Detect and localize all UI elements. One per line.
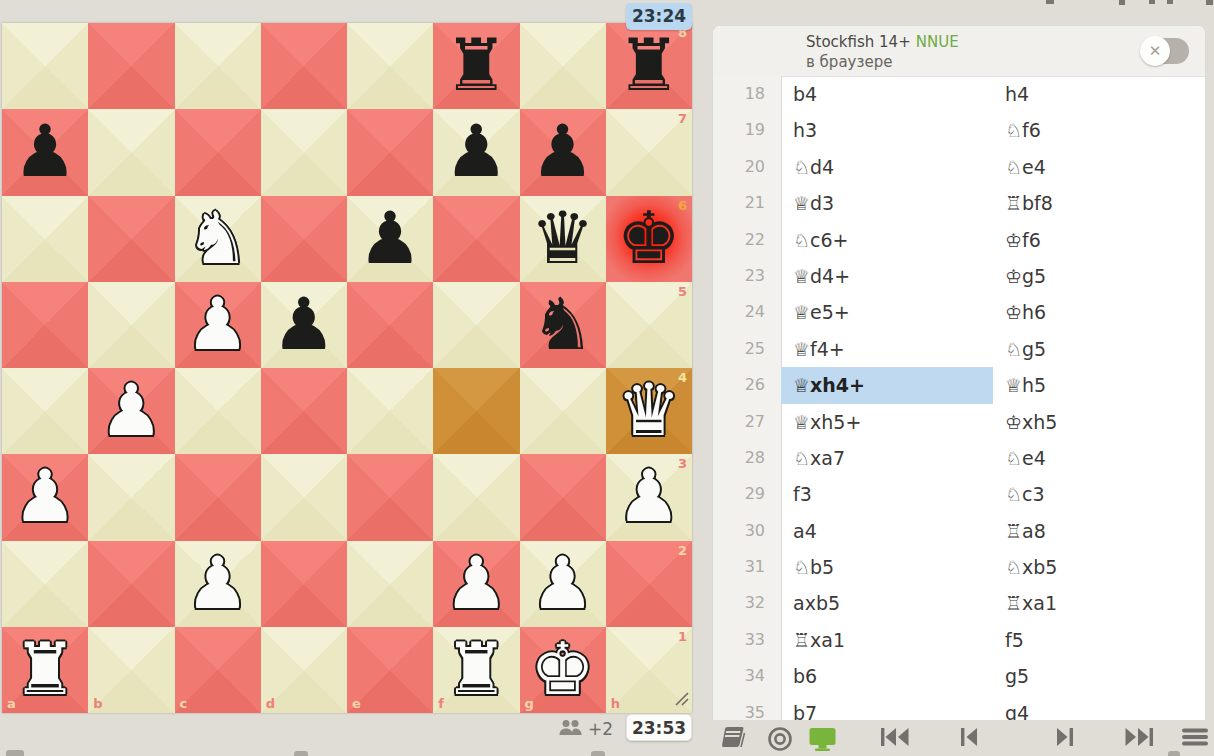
square-g4[interactable]: [520, 368, 606, 454]
move-number: 28: [713, 440, 781, 476]
square-f8[interactable]: ♜: [433, 23, 519, 109]
material-advantage: +2: [558, 719, 613, 739]
move-row-26: 26♕xh4+♕h5: [713, 367, 1205, 403]
black-move-31[interactable]: ♘xb5: [993, 549, 1205, 585]
black-move-29[interactable]: ♘c3: [993, 476, 1205, 512]
move-number: 31: [713, 549, 781, 585]
bullseye-icon[interactable]: [767, 726, 793, 756]
square-a7[interactable]: ♟: [2, 109, 88, 195]
square-d4[interactable]: [261, 368, 347, 454]
material-advantage-value: +2: [588, 719, 613, 739]
black-pawn-e6[interactable]: ♟: [347, 196, 433, 282]
move-number: 33: [713, 622, 781, 658]
black-move-32[interactable]: ♖xa1: [993, 585, 1205, 621]
square-g7[interactable]: ♟: [520, 109, 606, 195]
rank-label-1: 1: [678, 630, 687, 643]
move-row-24: 24♕e5+♔h6: [713, 294, 1205, 330]
square-c4[interactable]: [175, 368, 261, 454]
move-list[interactable]: 18b4h419h3♘f620♘d4♘e421♕d3♖bf822♘c6+♔f62…: [713, 76, 1205, 720]
white-move-30[interactable]: a4: [781, 513, 993, 549]
black-move-28[interactable]: ♘e4: [993, 440, 1205, 476]
players-icon: [558, 719, 583, 740]
square-d3[interactable]: [261, 454, 347, 540]
square-g2[interactable]: ♟: [520, 541, 606, 627]
menu-icon[interactable]: [1180, 726, 1210, 752]
black-move-24[interactable]: ♔h6: [993, 294, 1205, 330]
white-move-29[interactable]: f3: [781, 476, 993, 512]
bottom-toolbar: [712, 720, 1214, 756]
square-f3[interactable]: [433, 454, 519, 540]
black-move-26[interactable]: ♕h5: [993, 367, 1205, 403]
square-c6[interactable]: ♞: [175, 196, 261, 282]
black-queen-g6[interactable]: ♛: [520, 196, 606, 282]
cutoff-bottom-piece: [6, 750, 24, 756]
white-rook-f1[interactable]: ♜: [433, 627, 519, 713]
square-h5[interactable]: 5: [606, 282, 692, 368]
move-number: 29: [713, 476, 781, 512]
white-move-26[interactable]: ♕xh4+: [781, 367, 993, 403]
black-clock: 23:24: [626, 3, 692, 30]
white-move-25[interactable]: ♕f4+: [781, 331, 993, 367]
move-number: 25: [713, 331, 781, 367]
white-pawn-a3[interactable]: ♟: [2, 454, 88, 540]
square-c1[interactable]: c: [175, 627, 261, 713]
move-row-25: 25♕f4+♘g5: [713, 331, 1205, 367]
cutoff-top-icon: [1206, 0, 1213, 5]
rank-label-3: 3: [678, 457, 687, 470]
square-f6[interactable]: [433, 196, 519, 282]
previous-move-icon[interactable]: [960, 726, 982, 752]
square-e2[interactable]: [347, 541, 433, 627]
square-a6[interactable]: [2, 196, 88, 282]
rank-label-4: 4: [678, 371, 687, 384]
black-pawn-d5[interactable]: ♟: [261, 282, 347, 368]
white-pawn-c2[interactable]: ♟: [175, 541, 261, 627]
black-move-21[interactable]: ♖bf8: [993, 185, 1205, 221]
white-move-28[interactable]: ♘xa7: [781, 440, 993, 476]
square-e7[interactable]: [347, 109, 433, 195]
white-move-22[interactable]: ♘c6+: [781, 222, 993, 258]
next-move-icon[interactable]: [1052, 726, 1074, 752]
square-f2[interactable]: ♟: [433, 541, 519, 627]
black-move-30[interactable]: ♖a8: [993, 513, 1205, 549]
move-number: 18: [713, 76, 781, 112]
file-label-a: a: [7, 697, 16, 710]
square-a2[interactable]: [2, 541, 88, 627]
black-move-20[interactable]: ♘e4: [993, 149, 1205, 185]
monitor-icon[interactable]: [808, 726, 837, 756]
white-move-34[interactable]: b6: [781, 658, 993, 694]
chess-board[interactable]: ♜♜8♟♟♟7♞♟♛♚6♟♟♞5♟♛4♟♟3♟♟♟2♜abcde♜f♚g1h: [2, 23, 692, 713]
square-d2[interactable]: [261, 541, 347, 627]
black-move-27[interactable]: ♔xh5: [993, 404, 1205, 440]
rank-label-5: 5: [678, 285, 687, 298]
square-d8[interactable]: [261, 23, 347, 109]
square-f1[interactable]: ♜f: [433, 627, 519, 713]
cutoff-top-icon: [1119, 0, 1125, 5]
black-move-25[interactable]: ♘g5: [993, 331, 1205, 367]
square-g3[interactable]: [520, 454, 606, 540]
file-label-f: f: [438, 697, 444, 710]
move-row-21: 21♕d3♖bf8: [713, 185, 1205, 221]
square-c7[interactable]: [175, 109, 261, 195]
white-move-31[interactable]: ♘b5: [781, 549, 993, 585]
file-label-d: d: [266, 697, 275, 710]
square-h6[interactable]: ♚6: [606, 196, 692, 282]
white-move-24[interactable]: ♕e5+: [781, 294, 993, 330]
rank-label-6: 6: [678, 199, 687, 212]
board-resize-handle[interactable]: [672, 689, 690, 711]
move-number: 32: [713, 585, 781, 621]
white-move-21[interactable]: ♕d3: [781, 185, 993, 221]
white-move-33[interactable]: ♖xa1: [781, 622, 993, 658]
white-clock: 23:53: [626, 714, 692, 741]
square-f4[interactable]: [433, 368, 519, 454]
engine-header: Stockfish 14+NNUE в браузере ✕: [713, 26, 1205, 77]
white-move-32[interactable]: axb5: [781, 585, 993, 621]
square-h4[interactable]: ♛4: [606, 368, 692, 454]
square-b7[interactable]: [88, 109, 174, 195]
black-move-33[interactable]: f5: [993, 622, 1205, 658]
square-e3[interactable]: [347, 454, 433, 540]
move-number: 35: [713, 695, 781, 720]
black-move-23[interactable]: ♔g5: [993, 258, 1205, 294]
black-pawn-f7[interactable]: ♟: [433, 109, 519, 195]
square-c2[interactable]: ♟: [175, 541, 261, 627]
square-e6[interactable]: ♟: [347, 196, 433, 282]
square-b8[interactable]: [88, 23, 174, 109]
square-f7[interactable]: ♟: [433, 109, 519, 195]
square-g5[interactable]: ♞: [520, 282, 606, 368]
engine-toggle[interactable]: ✕: [1143, 38, 1189, 64]
square-d6[interactable]: [261, 196, 347, 282]
cutoff-bottom-piece: [591, 751, 605, 756]
black-move-18[interactable]: h4: [993, 76, 1205, 112]
white-knight-c6[interactable]: ♞: [175, 196, 261, 282]
move-row-28: 28♘xa7♘e4: [713, 440, 1205, 476]
square-d7[interactable]: [261, 109, 347, 195]
move-number: 26: [713, 367, 781, 403]
square-b2[interactable]: [88, 541, 174, 627]
cutoff-top-icon: [1149, 0, 1155, 4]
file-label-e: e: [352, 697, 361, 710]
move-number: 27: [713, 404, 781, 440]
white-move-18[interactable]: b4: [781, 76, 993, 112]
rank-label-7: 7: [678, 112, 687, 125]
square-e8[interactable]: [347, 23, 433, 109]
square-g6[interactable]: ♛: [520, 196, 606, 282]
skip-end-icon[interactable]: [1124, 726, 1154, 752]
move-number: 19: [713, 112, 781, 148]
square-b6[interactable]: [88, 196, 174, 282]
move-row-32: 32axb5♖xa1: [713, 585, 1205, 621]
file-label-h: h: [611, 697, 620, 710]
square-h2[interactable]: 2: [606, 541, 692, 627]
square-h8[interactable]: ♜8: [606, 23, 692, 109]
cutoff-top-icon: [1167, 0, 1173, 4]
square-c8[interactable]: [175, 23, 261, 109]
square-b5[interactable]: [88, 282, 174, 368]
engine-toggle-knob[interactable]: ✕: [1140, 36, 1170, 66]
square-b3[interactable]: [88, 454, 174, 540]
move-number: 24: [713, 294, 781, 330]
square-h7[interactable]: 7: [606, 109, 692, 195]
square-g1[interactable]: ♚g: [520, 627, 606, 713]
file-label-b: b: [93, 697, 102, 710]
move-row-30: 30a4♖a8: [713, 513, 1205, 549]
square-a3[interactable]: ♟: [2, 454, 88, 540]
white-move-19[interactable]: h3: [781, 112, 993, 148]
square-c3[interactable]: [175, 454, 261, 540]
file-label-g: g: [525, 697, 534, 710]
cutoff-top-icon: [1046, 0, 1054, 4]
white-pawn-c5[interactable]: ♟: [175, 282, 261, 368]
white-move-27[interactable]: ♕xh5+: [781, 404, 993, 440]
move-row-35: 35b7g4: [713, 695, 1205, 720]
move-number: 22: [713, 222, 781, 258]
move-number: 23: [713, 258, 781, 294]
white-move-23[interactable]: ♕d4+: [781, 258, 993, 294]
move-row-31: 31♘b5♘xb5: [713, 549, 1205, 585]
move-row-23: 23♕d4+♔g5: [713, 258, 1205, 294]
engine-name: Stockfish 14+NNUE: [806, 33, 959, 51]
white-pawn-g2[interactable]: ♟: [520, 541, 606, 627]
black-pawn-a7[interactable]: ♟: [2, 109, 88, 195]
move-row-19: 19h3♘f6: [713, 112, 1205, 148]
square-h3[interactable]: ♟3: [606, 454, 692, 540]
cutoff-bottom-piece: [294, 751, 308, 756]
move-row-27: 27♕xh5+♔xh5: [713, 404, 1205, 440]
square-d5[interactable]: ♟: [261, 282, 347, 368]
black-move-22[interactable]: ♔f6: [993, 222, 1205, 258]
nnue-badge: NNUE: [916, 33, 959, 51]
white-pawn-f2[interactable]: ♟: [433, 541, 519, 627]
square-b4[interactable]: ♟: [88, 368, 174, 454]
square-a1[interactable]: ♜a: [2, 627, 88, 713]
square-a4[interactable]: [2, 368, 88, 454]
move-row-34: 34b6g5: [713, 658, 1205, 694]
analysis-panel: Stockfish 14+NNUE в браузере ✕ 18b4h419h…: [712, 25, 1206, 720]
square-f5[interactable]: [433, 282, 519, 368]
cutoff-bottom-piece: [1168, 751, 1180, 756]
move-number: 21: [713, 185, 781, 221]
white-pawn-b4[interactable]: ♟: [88, 368, 174, 454]
white-move-20[interactable]: ♘d4: [781, 149, 993, 185]
move-row-33: 33♖xa1f5: [713, 622, 1205, 658]
rank-label-2: 2: [678, 544, 687, 557]
black-knight-g5[interactable]: ♞: [520, 282, 606, 368]
square-c5[interactable]: ♟: [175, 282, 261, 368]
square-a8[interactable]: [2, 23, 88, 109]
square-e5[interactable]: [347, 282, 433, 368]
white-move-35[interactable]: b7: [781, 695, 993, 720]
move-number: 30: [713, 513, 781, 549]
move-number: 20: [713, 149, 781, 185]
file-label-c: c: [180, 697, 188, 710]
square-d1[interactable]: d: [261, 627, 347, 713]
square-g8[interactable]: [520, 23, 606, 109]
black-move-34[interactable]: g5: [993, 658, 1205, 694]
square-b1[interactable]: b: [88, 627, 174, 713]
square-e4[interactable]: [347, 368, 433, 454]
move-row-18: 18b4h4: [713, 76, 1205, 112]
move-row-29: 29f3♘c3: [713, 476, 1205, 512]
move-number: 34: [713, 658, 781, 694]
engine-subtitle: в браузере: [806, 53, 892, 71]
move-row-20: 20♘d4♘e4: [713, 149, 1205, 185]
square-a5[interactable]: [2, 282, 88, 368]
black-pawn-g7[interactable]: ♟: [520, 109, 606, 195]
move-row-22: 22♘c6+♔f6: [713, 222, 1205, 258]
book-icon[interactable]: [720, 726, 747, 754]
black-move-19[interactable]: ♘f6: [993, 112, 1205, 148]
black-move-35[interactable]: g4: [993, 695, 1205, 720]
square-e1[interactable]: e: [347, 627, 433, 713]
square-h1[interactable]: 1h: [606, 627, 692, 713]
black-rook-f8[interactable]: ♜: [433, 23, 519, 109]
skip-start-icon[interactable]: [880, 726, 910, 752]
